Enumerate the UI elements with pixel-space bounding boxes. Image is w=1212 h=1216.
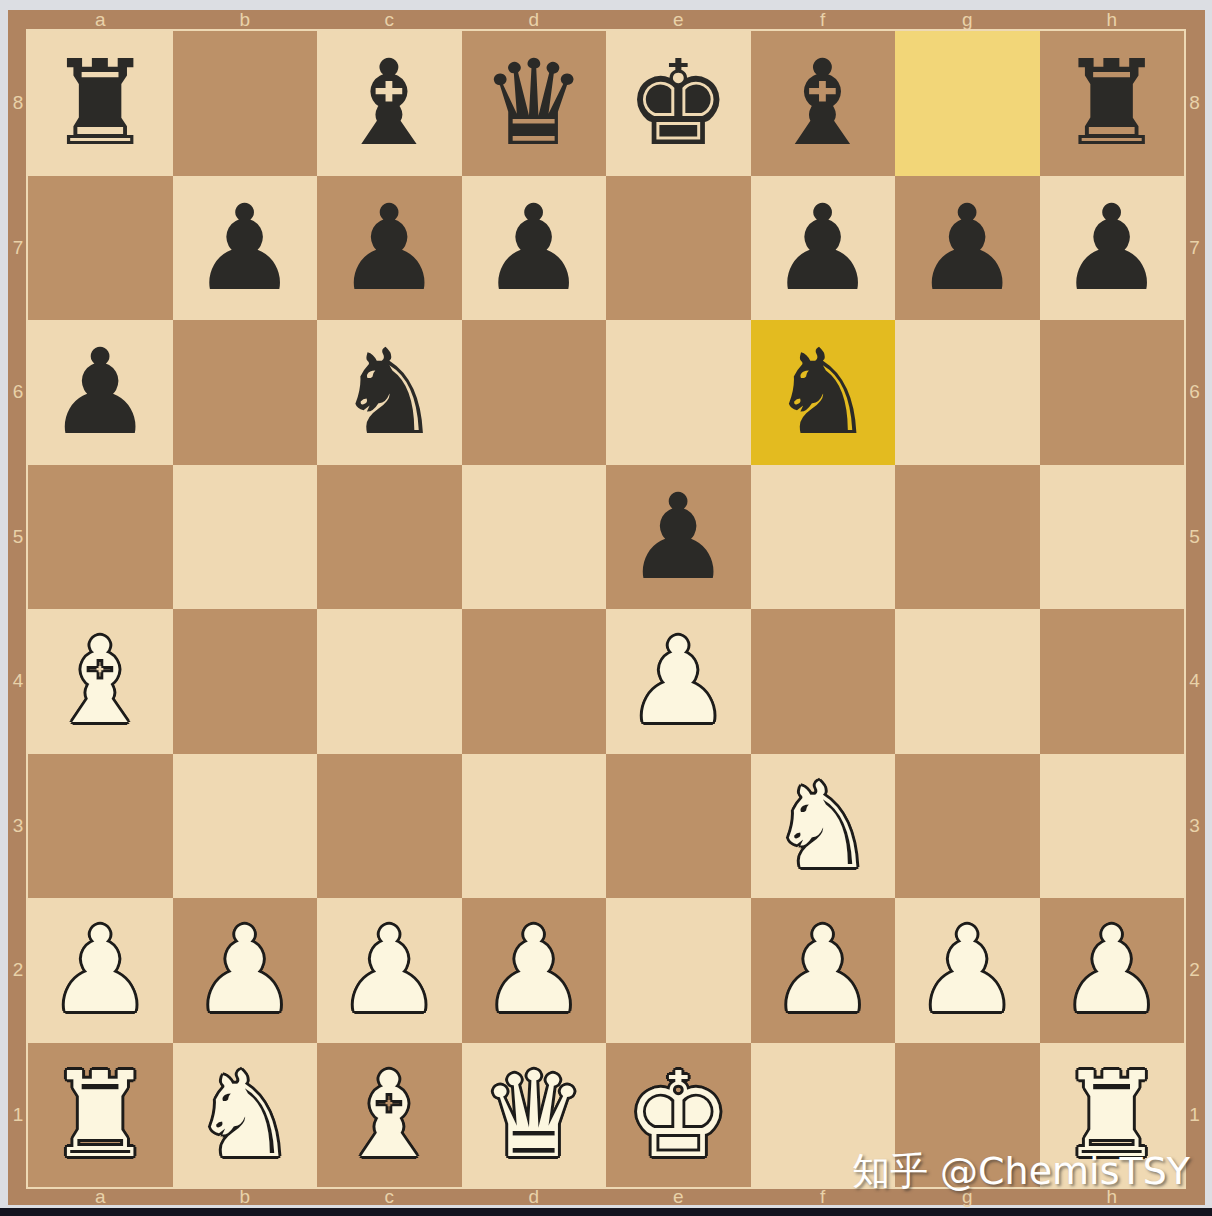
file-label-bottom-c: c — [317, 1187, 462, 1205]
square-f2[interactable]: ♟ — [751, 898, 896, 1043]
square-d7[interactable]: ♟ — [462, 176, 607, 321]
square-f6[interactable]: ♞ — [751, 320, 896, 465]
square-b8[interactable] — [173, 31, 318, 176]
square-h3[interactable] — [1040, 754, 1185, 899]
square-a6[interactable]: ♟ — [28, 320, 173, 465]
file-label-bottom-e: e — [606, 1187, 751, 1205]
square-b5[interactable] — [173, 465, 318, 610]
file-label-top-h: h — [1040, 10, 1185, 31]
black-rook-h8[interactable]: ♜ — [1040, 31, 1185, 176]
file-label-top-f: f — [751, 10, 896, 31]
black-bishop-f8[interactable]: ♝ — [751, 31, 896, 176]
rank-label-right-7: 7 — [1184, 176, 1205, 321]
file-label-top-c: c — [317, 10, 462, 31]
watermark: 知乎 @ChemisTSY — [852, 1146, 1190, 1197]
white-pawn-d2[interactable]: ♟ — [462, 898, 607, 1043]
black-knight-f6[interactable]: ♞ — [751, 320, 896, 465]
rank-label-left-5: 5 — [8, 465, 28, 610]
square-f5[interactable] — [751, 465, 896, 610]
rank-label-right-6: 6 — [1184, 320, 1205, 465]
square-b7[interactable]: ♟ — [173, 176, 318, 321]
square-h8[interactable]: ♜ — [1040, 31, 1185, 176]
chess-board: abcdefgh abcdefgh 87654321 87654321 ♜♝♛♚… — [8, 10, 1205, 1205]
square-d4[interactable] — [462, 609, 607, 754]
black-queen-d8[interactable]: ♛ — [462, 31, 607, 176]
rank-label-left-4: 4 — [8, 609, 28, 754]
square-h6[interactable] — [1040, 320, 1185, 465]
white-knight-b1[interactable]: ♞ — [173, 1043, 318, 1188]
square-g8[interactable] — [895, 31, 1040, 176]
square-e3[interactable] — [606, 754, 751, 899]
file-label-bottom-a: a — [28, 1187, 173, 1205]
board-squares: ♜♝♛♚♝♜♟♟♟♟♟♟♟♞♞♟♝♟♞♟♟♟♟♟♟♟♜♞♝♛♚♜ — [28, 31, 1184, 1187]
rank-label-left-8: 8 — [8, 31, 28, 176]
rank-label-right-2: 2 — [1184, 898, 1205, 1043]
rank-label-left-7: 7 — [8, 176, 28, 321]
rank-label-left-6: 6 — [8, 320, 28, 465]
black-king-e8[interactable]: ♚ — [606, 31, 751, 176]
square-b4[interactable] — [173, 609, 318, 754]
square-e7[interactable] — [606, 176, 751, 321]
square-b1[interactable]: ♞ — [173, 1043, 318, 1188]
black-pawn-g7[interactable]: ♟ — [895, 176, 1040, 321]
white-bishop-c1[interactable]: ♝ — [317, 1043, 462, 1188]
white-queen-d1[interactable]: ♛ — [462, 1043, 607, 1188]
square-a5[interactable] — [28, 465, 173, 610]
square-d6[interactable] — [462, 320, 607, 465]
rank-label-left-2: 2 — [8, 898, 28, 1043]
white-pawn-h2[interactable]: ♟ — [1040, 898, 1185, 1043]
rank-labels-left: 87654321 — [8, 31, 28, 1187]
square-c6[interactable]: ♞ — [317, 320, 462, 465]
black-pawn-a6[interactable]: ♟ — [28, 320, 173, 465]
square-g5[interactable] — [895, 465, 1040, 610]
white-pawn-b2[interactable]: ♟ — [173, 898, 318, 1043]
black-rook-a8[interactable]: ♜ — [28, 31, 173, 176]
square-f4[interactable] — [751, 609, 896, 754]
square-f8[interactable]: ♝ — [751, 31, 896, 176]
black-pawn-e5[interactable]: ♟ — [606, 465, 751, 610]
square-g6[interactable] — [895, 320, 1040, 465]
square-g2[interactable]: ♟ — [895, 898, 1040, 1043]
file-labels-top: abcdefgh — [28, 10, 1184, 31]
square-a8[interactable]: ♜ — [28, 31, 173, 176]
square-a1[interactable]: ♜ — [28, 1043, 173, 1188]
rank-label-right-8: 8 — [1184, 31, 1205, 176]
black-pawn-d7[interactable]: ♟ — [462, 176, 607, 321]
rank-labels-right: 87654321 — [1184, 31, 1205, 1187]
rank-label-right-4: 4 — [1184, 609, 1205, 754]
white-pawn-c2[interactable]: ♟ — [317, 898, 462, 1043]
rank-label-right-5: 5 — [1184, 465, 1205, 610]
file-label-bottom-d: d — [462, 1187, 607, 1205]
black-pawn-f7[interactable]: ♟ — [751, 176, 896, 321]
file-label-bottom-b: b — [173, 1187, 318, 1205]
file-label-top-g: g — [895, 10, 1040, 31]
square-f3[interactable]: ♞ — [751, 754, 896, 899]
rank-label-left-3: 3 — [8, 754, 28, 899]
square-b6[interactable] — [173, 320, 318, 465]
white-bishop-a4[interactable]: ♝ — [28, 609, 173, 754]
rank-label-right-3: 3 — [1184, 754, 1205, 899]
square-c1[interactable]: ♝ — [317, 1043, 462, 1188]
black-bishop-c8[interactable]: ♝ — [317, 31, 462, 176]
black-pawn-b7[interactable]: ♟ — [173, 176, 318, 321]
square-c2[interactable]: ♟ — [317, 898, 462, 1043]
square-d2[interactable]: ♟ — [462, 898, 607, 1043]
square-d5[interactable] — [462, 465, 607, 610]
square-e6[interactable] — [606, 320, 751, 465]
square-e1[interactable]: ♚ — [606, 1043, 751, 1188]
square-h2[interactable]: ♟ — [1040, 898, 1185, 1043]
square-g4[interactable] — [895, 609, 1040, 754]
file-label-top-b: b — [173, 10, 318, 31]
square-e2[interactable] — [606, 898, 751, 1043]
white-rook-a1[interactable]: ♜ — [28, 1043, 173, 1188]
square-c7[interactable]: ♟ — [317, 176, 462, 321]
square-h7[interactable]: ♟ — [1040, 176, 1185, 321]
white-pawn-e4[interactable]: ♟ — [606, 609, 751, 754]
black-pawn-c7[interactable]: ♟ — [317, 176, 462, 321]
file-label-top-e: e — [606, 10, 751, 31]
square-g7[interactable]: ♟ — [895, 176, 1040, 321]
file-label-top-a: a — [28, 10, 173, 31]
black-knight-c6[interactable]: ♞ — [317, 320, 462, 465]
square-e5[interactable]: ♟ — [606, 465, 751, 610]
white-pawn-a2[interactable]: ♟ — [28, 898, 173, 1043]
square-b2[interactable]: ♟ — [173, 898, 318, 1043]
square-c8[interactable]: ♝ — [317, 31, 462, 176]
square-e8[interactable]: ♚ — [606, 31, 751, 176]
square-b3[interactable] — [173, 754, 318, 899]
square-a2[interactable]: ♟ — [28, 898, 173, 1043]
square-c3[interactable] — [317, 754, 462, 899]
square-c5[interactable] — [317, 465, 462, 610]
white-king-e1[interactable]: ♚ — [606, 1043, 751, 1188]
square-f7[interactable]: ♟ — [751, 176, 896, 321]
square-a3[interactable] — [28, 754, 173, 899]
square-h5[interactable] — [1040, 465, 1185, 610]
white-pawn-f2[interactable]: ♟ — [751, 898, 896, 1043]
square-c4[interactable] — [317, 609, 462, 754]
bottom-bar — [0, 1208, 1212, 1216]
white-knight-f3[interactable]: ♞ — [751, 754, 896, 899]
square-h4[interactable] — [1040, 609, 1185, 754]
square-e4[interactable]: ♟ — [606, 609, 751, 754]
square-a7[interactable] — [28, 176, 173, 321]
page-background: abcdefgh abcdefgh 87654321 87654321 ♜♝♛♚… — [0, 0, 1212, 1216]
square-d3[interactable] — [462, 754, 607, 899]
white-pawn-g2[interactable]: ♟ — [895, 898, 1040, 1043]
rank-label-left-1: 1 — [8, 1043, 28, 1188]
black-pawn-h7[interactable]: ♟ — [1040, 176, 1185, 321]
square-d1[interactable]: ♛ — [462, 1043, 607, 1188]
file-label-top-d: d — [462, 10, 607, 31]
square-a4[interactable]: ♝ — [28, 609, 173, 754]
square-g3[interactable] — [895, 754, 1040, 899]
square-d8[interactable]: ♛ — [462, 31, 607, 176]
